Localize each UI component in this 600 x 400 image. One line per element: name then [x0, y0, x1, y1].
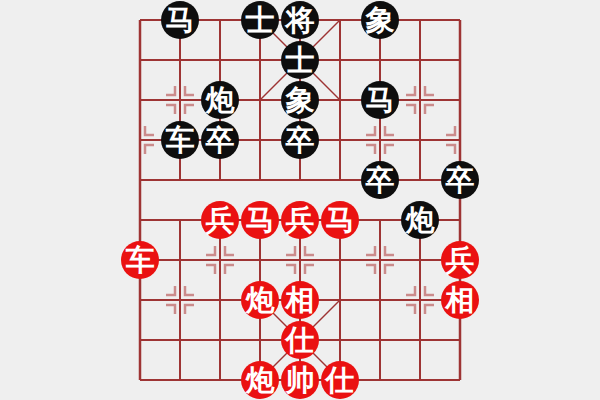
board-point-r1-c2[interactable] — [200, 40, 240, 80]
board-point-r0-c3[interactable]: 士 — [240, 0, 280, 40]
piece-glyph: 士 — [286, 46, 315, 75]
piece-glyph: 帅 — [286, 366, 315, 395]
board-point-r0-c1[interactable]: 马 — [160, 0, 200, 40]
board-point-r4-c5[interactable] — [320, 160, 360, 200]
board-point-r7-c2[interactable] — [200, 280, 240, 320]
piece-black-elephant[interactable]: 象 — [281, 81, 319, 119]
board-point-r2-c8[interactable] — [440, 80, 480, 120]
board-point-r9-c2[interactable] — [200, 360, 240, 400]
board-point-r2-c5[interactable] — [320, 80, 360, 120]
piece-glyph: 卒 — [446, 166, 475, 195]
board-point-r7-c6[interactable] — [360, 280, 400, 320]
board-point-r2-c4[interactable]: 象 — [280, 80, 320, 120]
board-point-r5-c8[interactable] — [440, 200, 480, 240]
board-point-r4-c4[interactable] — [280, 160, 320, 200]
piece-glyph: 马 — [246, 206, 275, 235]
board-point-r5-c5[interactable]: 马 — [320, 200, 360, 240]
piece-black-chariot[interactable]: 车 — [161, 121, 199, 159]
piece-red-advisor[interactable]: 仕 — [281, 321, 319, 359]
piece-glyph: 卒 — [286, 126, 315, 155]
board-point-r3-c0[interactable] — [120, 120, 160, 160]
board-point-r3-c5[interactable] — [320, 120, 360, 160]
piece-glyph: 炮 — [206, 86, 235, 115]
board-point-r1-c7[interactable] — [400, 40, 440, 80]
board-point-r7-c3[interactable]: 炮 — [240, 280, 280, 320]
board-point-r7-c8[interactable]: 相 — [440, 280, 480, 320]
piece-glyph: 相 — [446, 286, 475, 315]
piece-red-general[interactable]: 帅 — [281, 361, 319, 399]
board-point-r5-c7[interactable]: 炮 — [400, 200, 440, 240]
piece-glyph: 相 — [286, 286, 315, 315]
piece-glyph: 马 — [166, 6, 195, 35]
board-point-r9-c1[interactable] — [160, 360, 200, 400]
board-point-r0-c7[interactable] — [400, 0, 440, 40]
xiangqi-app: 马士将象士炮象马车卒卒卒卒兵马兵马炮车兵炮相相仕炮帅仕 — [0, 0, 600, 400]
board-point-r6-c1[interactable] — [160, 240, 200, 280]
board-point-r0-c5[interactable] — [320, 0, 360, 40]
board-point-r0-c6[interactable]: 象 — [360, 0, 400, 40]
board-point-r0-c0[interactable] — [120, 0, 160, 40]
piece-black-soldier[interactable]: 卒 — [281, 121, 319, 159]
board-point-r8-c2[interactable] — [200, 320, 240, 360]
board-point-r4-c6[interactable]: 卒 — [360, 160, 400, 200]
board-point-r7-c1[interactable] — [160, 280, 200, 320]
piece-red-soldier[interactable]: 兵 — [281, 201, 319, 239]
board-point-r9-c7[interactable] — [400, 360, 440, 400]
piece-glyph: 车 — [166, 126, 195, 155]
board-point-r7-c0[interactable] — [120, 280, 160, 320]
piece-glyph: 车 — [126, 246, 155, 275]
piece-red-cannon[interactable]: 炮 — [241, 361, 279, 399]
board-point-r7-c4[interactable]: 相 — [280, 280, 320, 320]
board-point-r1-c8[interactable] — [440, 40, 480, 80]
piece-black-horse[interactable]: 马 — [161, 1, 199, 39]
board-point-r9-c4[interactable]: 帅 — [280, 360, 320, 400]
piece-black-advisor[interactable]: 士 — [241, 1, 279, 39]
piece-glyph: 卒 — [206, 126, 235, 155]
board-point-r1-c3[interactable] — [240, 40, 280, 80]
board-point-r6-c8[interactable]: 兵 — [440, 240, 480, 280]
board-point-r5-c2[interactable]: 兵 — [200, 200, 240, 240]
board-point-r7-c7[interactable] — [400, 280, 440, 320]
piece-black-soldier[interactable]: 卒 — [201, 121, 239, 159]
board-point-r4-c2[interactable] — [200, 160, 240, 200]
piece-black-horse[interactable]: 马 — [361, 81, 399, 119]
xiangqi-board: 马士将象士炮象马车卒卒卒卒兵马兵马炮车兵炮相相仕炮帅仕 — [120, 0, 480, 400]
board-point-r5-c0[interactable] — [120, 200, 160, 240]
piece-black-soldier[interactable]: 卒 — [361, 161, 399, 199]
piece-red-horse[interactable]: 马 — [321, 201, 359, 239]
piece-glyph: 士 — [246, 6, 275, 35]
board-point-r6-c6[interactable] — [360, 240, 400, 280]
board-point-r3-c2[interactable]: 卒 — [200, 120, 240, 160]
piece-glyph: 马 — [366, 86, 395, 115]
board-point-r1-c1[interactable] — [160, 40, 200, 80]
board-point-r2-c2[interactable]: 炮 — [200, 80, 240, 120]
board-point-r2-c7[interactable] — [400, 80, 440, 120]
piece-red-soldier[interactable]: 兵 — [201, 201, 239, 239]
board-point-r9-c0[interactable] — [120, 360, 160, 400]
board-point-r5-c1[interactable] — [160, 200, 200, 240]
board-point-r5-c6[interactable] — [360, 200, 400, 240]
piece-glyph: 兵 — [206, 206, 235, 235]
board-point-r3-c8[interactable] — [440, 120, 480, 160]
board-point-r6-c3[interactable] — [240, 240, 280, 280]
board-point-r1-c6[interactable] — [360, 40, 400, 80]
board-point-r2-c1[interactable] — [160, 80, 200, 120]
board-point-r6-c5[interactable] — [320, 240, 360, 280]
piece-glyph: 仕 — [286, 326, 315, 355]
piece-glyph: 炮 — [246, 286, 275, 315]
board-point-r8-c4[interactable]: 仕 — [280, 320, 320, 360]
board-point-r1-c0[interactable] — [120, 40, 160, 80]
board-point-r4-c1[interactable] — [160, 160, 200, 200]
board-point-r8-c3[interactable] — [240, 320, 280, 360]
board-point-r9-c6[interactable] — [360, 360, 400, 400]
board-point-r1-c4[interactable]: 士 — [280, 40, 320, 80]
board-point-r2-c6[interactable]: 马 — [360, 80, 400, 120]
piece-red-horse[interactable]: 马 — [241, 201, 279, 239]
board-point-r8-c8[interactable] — [440, 320, 480, 360]
board-point-r0-c8[interactable] — [440, 0, 480, 40]
board-point-r9-c8[interactable] — [440, 360, 480, 400]
board-point-r9-c5[interactable]: 仕 — [320, 360, 360, 400]
board-point-r6-c2[interactable] — [200, 240, 240, 280]
piece-glyph: 炮 — [246, 366, 275, 395]
piece-glyph: 兵 — [286, 206, 315, 235]
piece-glyph: 炮 — [406, 206, 435, 235]
board-point-r2-c0[interactable] — [120, 80, 160, 120]
piece-red-elephant[interactable]: 相 — [281, 281, 319, 319]
piece-glyph: 卒 — [366, 166, 395, 195]
board-point-r4-c0[interactable] — [120, 160, 160, 200]
board-point-r6-c0[interactable]: 车 — [120, 240, 160, 280]
piece-black-advisor[interactable]: 士 — [281, 41, 319, 79]
piece-glyph: 象 — [286, 86, 315, 115]
board-point-r3-c1[interactable]: 车 — [160, 120, 200, 160]
piece-glyph: 兵 — [446, 246, 475, 275]
board-point-r2-c3[interactable] — [240, 80, 280, 120]
board-point-r3-c3[interactable] — [240, 120, 280, 160]
piece-red-advisor[interactable]: 仕 — [321, 361, 359, 399]
piece-red-chariot[interactable]: 车 — [121, 241, 159, 279]
board-point-r3-c7[interactable] — [400, 120, 440, 160]
piece-black-cannon[interactable]: 炮 — [201, 81, 239, 119]
board-point-r9-c3[interactable]: 炮 — [240, 360, 280, 400]
board-point-r6-c4[interactable] — [280, 240, 320, 280]
board-point-r0-c2[interactable] — [200, 0, 240, 40]
board-point-r8-c0[interactable] — [120, 320, 160, 360]
piece-black-cannon[interactable]: 炮 — [401, 201, 439, 239]
piece-black-soldier[interactable]: 卒 — [441, 161, 479, 199]
board-point-r8-c7[interactable] — [400, 320, 440, 360]
piece-black-elephant[interactable]: 象 — [361, 1, 399, 39]
piece-black-general[interactable]: 将 — [281, 1, 319, 39]
board-point-r6-c7[interactable] — [400, 240, 440, 280]
piece-glyph: 仕 — [326, 366, 355, 395]
board-point-r8-c5[interactable] — [320, 320, 360, 360]
board-point-r3-c6[interactable] — [360, 120, 400, 160]
board-point-r5-c3[interactable]: 马 — [240, 200, 280, 240]
board-point-r5-c4[interactable]: 兵 — [280, 200, 320, 240]
board-point-r1-c5[interactable] — [320, 40, 360, 80]
piece-glyph: 象 — [366, 6, 395, 35]
board-point-r8-c1[interactable] — [160, 320, 200, 360]
piece-red-elephant[interactable]: 相 — [441, 281, 479, 319]
board-point-r4-c7[interactable] — [400, 160, 440, 200]
board-point-r0-c4[interactable]: 将 — [280, 0, 320, 40]
piece-red-soldier[interactable]: 兵 — [441, 241, 479, 279]
piece-glyph: 马 — [326, 206, 355, 235]
board-point-r7-c5[interactable] — [320, 280, 360, 320]
piece-glyph: 将 — [286, 6, 315, 35]
board-point-r4-c8[interactable]: 卒 — [440, 160, 480, 200]
board-point-r8-c6[interactable] — [360, 320, 400, 360]
board-point-r4-c3[interactable] — [240, 160, 280, 200]
piece-red-cannon[interactable]: 炮 — [241, 281, 279, 319]
board-point-r3-c4[interactable]: 卒 — [280, 120, 320, 160]
